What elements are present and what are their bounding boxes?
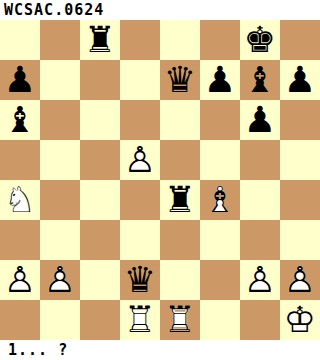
piece-white-pawn[interactable]: ♟♙ — [240, 260, 280, 300]
square-h8[interactable] — [280, 20, 320, 60]
black-bishop-glyph: ♝ — [0, 100, 40, 140]
black-pawn-glyph: ♟ — [240, 100, 280, 140]
piece-black-queen[interactable]: ♛ — [120, 260, 160, 300]
square-a3[interactable] — [0, 220, 40, 260]
square-c3[interactable] — [80, 220, 120, 260]
square-g4[interactable] — [240, 180, 280, 220]
square-g7[interactable]: ♝ — [240, 60, 280, 100]
square-e1[interactable]: ♜♖ — [160, 300, 200, 340]
square-h1[interactable]: ♚♔ — [280, 300, 320, 340]
piece-black-pawn[interactable]: ♟ — [280, 60, 320, 100]
square-d2[interactable]: ♛ — [120, 260, 160, 300]
square-b4[interactable] — [40, 180, 80, 220]
square-g8[interactable]: ♚ — [240, 20, 280, 60]
square-f4[interactable]: ♝♗ — [200, 180, 240, 220]
black-pawn-glyph: ♟ — [200, 60, 240, 100]
square-f2[interactable] — [200, 260, 240, 300]
black-bishop-glyph: ♝ — [240, 60, 280, 100]
square-b2[interactable]: ♟♙ — [40, 260, 80, 300]
square-c1[interactable] — [80, 300, 120, 340]
square-e5[interactable] — [160, 140, 200, 180]
black-pawn-glyph: ♟ — [280, 60, 320, 100]
piece-black-pawn[interactable]: ♟ — [0, 60, 40, 100]
piece-black-bishop[interactable]: ♝ — [240, 60, 280, 100]
square-f8[interactable] — [200, 20, 240, 60]
square-b5[interactable] — [40, 140, 80, 180]
white-rook-glyph: ♖ — [120, 300, 160, 340]
square-f3[interactable] — [200, 220, 240, 260]
black-queen-glyph: ♛ — [120, 260, 160, 300]
square-a2[interactable]: ♟♙ — [0, 260, 40, 300]
piece-white-knight[interactable]: ♞♘ — [0, 180, 40, 220]
square-d3[interactable] — [120, 220, 160, 260]
square-b6[interactable] — [40, 100, 80, 140]
white-pawn-glyph: ♙ — [240, 260, 280, 300]
piece-white-pawn[interactable]: ♟♙ — [280, 260, 320, 300]
white-knight-glyph: ♘ — [0, 180, 40, 220]
square-b7[interactable] — [40, 60, 80, 100]
square-a6[interactable]: ♝ — [0, 100, 40, 140]
square-c5[interactable] — [80, 140, 120, 180]
black-pawn-glyph: ♟ — [0, 60, 40, 100]
square-h7[interactable]: ♟ — [280, 60, 320, 100]
square-c4[interactable] — [80, 180, 120, 220]
square-a1[interactable] — [0, 300, 40, 340]
black-king-glyph: ♚ — [240, 20, 280, 60]
square-h3[interactable] — [280, 220, 320, 260]
square-d5[interactable]: ♟♙ — [120, 140, 160, 180]
move-prompt: 1... ? — [0, 340, 320, 360]
square-b8[interactable] — [40, 20, 80, 60]
square-a4[interactable]: ♞♘ — [0, 180, 40, 220]
square-d8[interactable] — [120, 20, 160, 60]
square-g2[interactable]: ♟♙ — [240, 260, 280, 300]
piece-white-king[interactable]: ♚♔ — [280, 300, 320, 340]
white-pawn-glyph: ♙ — [120, 140, 160, 180]
white-king-glyph: ♔ — [280, 300, 320, 340]
square-a7[interactable]: ♟ — [0, 60, 40, 100]
square-e4[interactable]: ♜ — [160, 180, 200, 220]
square-g6[interactable]: ♟ — [240, 100, 280, 140]
square-f5[interactable] — [200, 140, 240, 180]
piece-black-queen[interactable]: ♛ — [160, 60, 200, 100]
piece-white-bishop[interactable]: ♝♗ — [200, 180, 240, 220]
piece-black-rook[interactable]: ♜ — [80, 20, 120, 60]
chess-puzzle-window: WCSAC.0624 ♜♚♟♛♟♝♟♝♟♟♙♞♘♜♝♗♟♙♟♙♛♟♙♟♙♜♖♜♖… — [0, 0, 320, 360]
piece-black-bishop[interactable]: ♝ — [0, 100, 40, 140]
square-d4[interactable] — [120, 180, 160, 220]
square-a8[interactable] — [0, 20, 40, 60]
white-bishop-glyph: ♗ — [200, 180, 240, 220]
square-f6[interactable] — [200, 100, 240, 140]
square-d7[interactable] — [120, 60, 160, 100]
square-d6[interactable] — [120, 100, 160, 140]
square-c7[interactable] — [80, 60, 120, 100]
piece-white-pawn[interactable]: ♟♙ — [120, 140, 160, 180]
piece-white-pawn[interactable]: ♟♙ — [0, 260, 40, 300]
black-rook-glyph: ♜ — [80, 20, 120, 60]
square-c8[interactable]: ♜ — [80, 20, 120, 60]
square-a5[interactable] — [0, 140, 40, 180]
square-h6[interactable] — [280, 100, 320, 140]
chess-board: ♜♚♟♛♟♝♟♝♟♟♙♞♘♜♝♗♟♙♟♙♛♟♙♟♙♜♖♜♖♚♔ — [0, 20, 320, 340]
square-e2[interactable] — [160, 260, 200, 300]
white-pawn-glyph: ♙ — [280, 260, 320, 300]
square-e3[interactable] — [160, 220, 200, 260]
piece-black-king[interactable]: ♚ — [240, 20, 280, 60]
piece-white-pawn[interactable]: ♟♙ — [40, 260, 80, 300]
white-pawn-glyph: ♙ — [0, 260, 40, 300]
square-b1[interactable] — [40, 300, 80, 340]
square-h5[interactable] — [280, 140, 320, 180]
square-g1[interactable] — [240, 300, 280, 340]
black-queen-glyph: ♛ — [160, 60, 200, 100]
piece-black-rook[interactable]: ♜ — [160, 180, 200, 220]
puzzle-title: WCSAC.0624 — [0, 0, 320, 20]
black-rook-glyph: ♜ — [160, 180, 200, 220]
square-c6[interactable] — [80, 100, 120, 140]
white-pawn-glyph: ♙ — [40, 260, 80, 300]
square-e7[interactable]: ♛ — [160, 60, 200, 100]
square-e6[interactable] — [160, 100, 200, 140]
piece-white-rook[interactable]: ♜♖ — [160, 300, 200, 340]
square-e8[interactable] — [160, 20, 200, 60]
piece-black-pawn[interactable]: ♟ — [200, 60, 240, 100]
square-g3[interactable] — [240, 220, 280, 260]
piece-white-rook[interactable]: ♜♖ — [120, 300, 160, 340]
square-c2[interactable] — [80, 260, 120, 300]
square-f7[interactable]: ♟ — [200, 60, 240, 100]
square-f1[interactable] — [200, 300, 240, 340]
square-g5[interactable] — [240, 140, 280, 180]
square-h2[interactable]: ♟♙ — [280, 260, 320, 300]
square-d1[interactable]: ♜♖ — [120, 300, 160, 340]
square-b3[interactable] — [40, 220, 80, 260]
white-rook-glyph: ♖ — [160, 300, 200, 340]
piece-black-pawn[interactable]: ♟ — [240, 100, 280, 140]
square-h4[interactable] — [280, 180, 320, 220]
